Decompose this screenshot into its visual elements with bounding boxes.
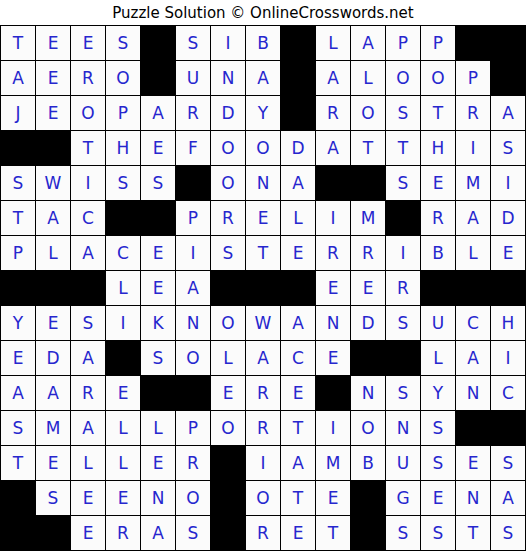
letter-cell: O <box>211 131 245 165</box>
letter-cell: S <box>1 411 35 445</box>
letter-cell: N <box>246 166 280 200</box>
letter-cell: A <box>1 376 35 410</box>
letter-cell: T <box>71 131 105 165</box>
letter-cell: N <box>456 481 490 515</box>
letter-cell: P <box>386 26 420 60</box>
letter-cell: A <box>36 376 70 410</box>
letter-cell: E <box>211 376 245 410</box>
letter-cell: H <box>106 131 140 165</box>
block-cell <box>281 26 315 60</box>
letter-cell: Y <box>421 376 455 410</box>
block-cell <box>491 411 525 445</box>
letter-cell: R <box>106 516 140 550</box>
letter-cell: S <box>211 236 245 270</box>
letter-cell: C <box>281 341 315 375</box>
letter-cell: E <box>36 446 70 480</box>
letter-cell: A <box>281 446 315 480</box>
letter-cell: S <box>386 306 420 340</box>
block-cell <box>211 516 245 550</box>
letter-cell: W <box>246 306 280 340</box>
letter-cell: E <box>281 236 315 270</box>
letter-cell: E <box>351 271 385 305</box>
block-cell <box>36 271 70 305</box>
letter-cell: E <box>106 481 140 515</box>
letter-cell: O <box>106 61 140 95</box>
block-cell <box>211 446 245 480</box>
letter-cell: Y <box>1 306 35 340</box>
letter-cell: L <box>106 446 140 480</box>
letter-cell: O <box>211 306 245 340</box>
letter-cell: S <box>386 96 420 130</box>
block-cell <box>1 516 35 550</box>
letter-cell: A <box>281 166 315 200</box>
letter-cell: P <box>456 61 490 95</box>
block-cell <box>456 26 490 60</box>
letter-cell: R <box>456 96 490 130</box>
letter-cell: I <box>491 341 525 375</box>
letter-cell: E <box>246 201 280 235</box>
letter-cell: O <box>211 411 245 445</box>
letter-cell: O <box>421 61 455 95</box>
letter-cell: C <box>456 306 490 340</box>
letter-cell: N <box>176 306 210 340</box>
letter-cell: P <box>421 26 455 60</box>
letter-cell: N <box>386 411 420 445</box>
letter-cell: E <box>71 481 105 515</box>
letter-cell: J <box>1 96 35 130</box>
block-cell <box>71 271 105 305</box>
letter-cell: M <box>36 411 70 445</box>
letter-cell: A <box>246 61 280 95</box>
letter-cell: S <box>386 166 420 200</box>
letter-cell: N <box>141 481 175 515</box>
block-cell <box>211 481 245 515</box>
block-cell <box>316 166 350 200</box>
block-cell <box>141 201 175 235</box>
letter-cell: S <box>176 26 210 60</box>
block-cell <box>281 61 315 95</box>
letter-cell: I <box>386 236 420 270</box>
letter-cell: F <box>176 131 210 165</box>
letter-cell: O <box>386 61 420 95</box>
letter-cell: E <box>281 516 315 550</box>
letter-cell: N <box>316 306 350 340</box>
letter-cell: I <box>106 306 140 340</box>
letter-cell: R <box>421 201 455 235</box>
letter-cell: A <box>71 236 105 270</box>
block-cell <box>106 201 140 235</box>
letter-cell: R <box>176 446 210 480</box>
letter-cell: K <box>141 306 175 340</box>
letter-cell: A <box>456 341 490 375</box>
letter-cell: E <box>141 131 175 165</box>
letter-cell: A <box>491 96 525 130</box>
letter-cell: L <box>281 201 315 235</box>
letter-cell: B <box>351 446 385 480</box>
letter-cell: R <box>316 96 350 130</box>
letter-cell: O <box>71 96 105 130</box>
block-cell <box>211 271 245 305</box>
letter-cell: P <box>176 201 210 235</box>
letter-cell: D <box>351 306 385 340</box>
block-cell <box>141 61 175 95</box>
letter-cell: R <box>176 96 210 130</box>
letter-cell: E <box>106 376 140 410</box>
block-cell <box>36 131 70 165</box>
letter-cell: E <box>316 341 350 375</box>
letter-cell: L <box>141 411 175 445</box>
letter-cell: O <box>211 166 245 200</box>
letter-cell: M <box>351 201 385 235</box>
letter-cell: S <box>386 516 420 550</box>
block-cell <box>386 341 420 375</box>
letter-cell: S <box>421 516 455 550</box>
letter-cell: P <box>1 236 35 270</box>
letter-cell: I <box>456 131 490 165</box>
letter-cell: L <box>351 61 385 95</box>
letter-cell: E <box>421 166 455 200</box>
letter-cell: L <box>421 341 455 375</box>
letter-cell: S <box>491 516 525 550</box>
letter-cell: D <box>281 131 315 165</box>
letter-cell: E <box>71 516 105 550</box>
letter-cell: R <box>246 411 280 445</box>
letter-cell: T <box>1 446 35 480</box>
letter-cell: S <box>106 26 140 60</box>
letter-cell: O <box>176 341 210 375</box>
letter-cell: E <box>281 376 315 410</box>
letter-cell: H <box>491 306 525 340</box>
letter-cell: E <box>1 341 35 375</box>
letter-cell: C <box>491 376 525 410</box>
letter-cell: G <box>386 481 420 515</box>
letter-cell: A <box>71 341 105 375</box>
letter-cell: T <box>246 236 280 270</box>
block-cell <box>106 341 140 375</box>
letter-cell: D <box>211 96 245 130</box>
letter-cell: S <box>491 446 525 480</box>
block-cell <box>1 271 35 305</box>
block-cell <box>316 376 350 410</box>
block-cell <box>176 166 210 200</box>
letter-cell: A <box>1 61 35 95</box>
letter-cell: A <box>141 96 175 130</box>
letter-cell: E <box>71 26 105 60</box>
block-cell <box>281 96 315 130</box>
letter-cell: D <box>491 201 525 235</box>
puzzle-solution-page: Puzzle Solution © OnlineCrosswords.net T… <box>0 0 526 551</box>
crossword-grid: TEESSIBLAPPAEROUNAALOOPJEOPARDYROSTRATHE… <box>0 25 526 551</box>
letter-cell: A <box>141 516 175 550</box>
letter-cell: E <box>491 236 525 270</box>
letter-cell: S <box>141 341 175 375</box>
letter-cell: T <box>421 96 455 130</box>
letter-cell: R <box>246 516 280 550</box>
letter-cell: E <box>141 236 175 270</box>
letter-cell: N <box>351 376 385 410</box>
letter-cell: S <box>36 481 70 515</box>
letter-cell: O <box>176 481 210 515</box>
letter-cell: S <box>421 411 455 445</box>
letter-cell: U <box>421 306 455 340</box>
letter-cell: O <box>351 96 385 130</box>
letter-cell: M <box>316 446 350 480</box>
block-cell <box>421 271 455 305</box>
letter-cell: A <box>316 61 350 95</box>
block-cell <box>36 516 70 550</box>
letter-cell: L <box>36 236 70 270</box>
letter-cell: E <box>36 96 70 130</box>
letter-cell: A <box>316 131 350 165</box>
letter-cell: I <box>316 201 350 235</box>
block-cell <box>281 271 315 305</box>
block-cell <box>491 61 525 95</box>
letter-cell: S <box>491 131 525 165</box>
letter-cell: L <box>316 26 350 60</box>
block-cell <box>456 271 490 305</box>
letter-cell: P <box>106 96 140 130</box>
letter-cell: P <box>176 411 210 445</box>
letter-cell: R <box>71 376 105 410</box>
letter-cell: E <box>316 481 350 515</box>
page-title: Puzzle Solution © OnlineCrosswords.net <box>112 4 413 22</box>
letter-cell: A <box>491 481 525 515</box>
letter-cell: I <box>491 166 525 200</box>
letter-cell: S <box>1 166 35 200</box>
letter-cell: S <box>386 376 420 410</box>
letter-cell: R <box>211 201 245 235</box>
letter-cell: U <box>386 446 420 480</box>
letter-cell: O <box>246 481 280 515</box>
letter-cell: L <box>211 341 245 375</box>
block-cell <box>351 166 385 200</box>
letter-cell: N <box>211 61 245 95</box>
block-cell <box>141 26 175 60</box>
letter-cell: L <box>456 236 490 270</box>
letter-cell: E <box>141 271 175 305</box>
letter-cell: I <box>211 26 245 60</box>
block-cell <box>491 271 525 305</box>
letter-cell: T <box>316 516 350 550</box>
letter-cell: I <box>176 236 210 270</box>
title-bar: Puzzle Solution © OnlineCrosswords.net <box>0 0 526 25</box>
letter-cell: I <box>316 411 350 445</box>
letter-cell: T <box>386 131 420 165</box>
letter-cell: A <box>176 271 210 305</box>
block-cell <box>456 411 490 445</box>
block-cell <box>1 131 35 165</box>
letter-cell: C <box>106 236 140 270</box>
letter-cell: E <box>36 26 70 60</box>
letter-cell: A <box>36 201 70 235</box>
block-cell <box>386 201 420 235</box>
letter-cell: O <box>246 131 280 165</box>
block-cell <box>351 481 385 515</box>
letter-cell: A <box>351 26 385 60</box>
letter-cell: R <box>351 236 385 270</box>
letter-cell: R <box>246 376 280 410</box>
letter-cell: O <box>351 411 385 445</box>
letter-cell: T <box>351 131 385 165</box>
letter-cell: B <box>246 26 280 60</box>
letter-cell: I <box>246 446 280 480</box>
letter-cell: E <box>36 61 70 95</box>
letter-cell: A <box>71 411 105 445</box>
letter-cell: R <box>316 236 350 270</box>
block-cell <box>491 26 525 60</box>
block-cell <box>351 341 385 375</box>
letter-cell: E <box>456 446 490 480</box>
block-cell <box>176 376 210 410</box>
letter-cell: R <box>71 61 105 95</box>
letter-cell: C <box>71 201 105 235</box>
letter-cell: E <box>421 481 455 515</box>
letter-cell: E <box>141 446 175 480</box>
letter-cell: T <box>1 26 35 60</box>
letter-cell: W <box>36 166 70 200</box>
letter-cell: L <box>106 271 140 305</box>
letter-cell: S <box>141 166 175 200</box>
block-cell <box>141 376 175 410</box>
block-cell <box>1 481 35 515</box>
letter-cell: Y <box>246 96 280 130</box>
letter-cell: S <box>176 516 210 550</box>
letter-cell: S <box>71 306 105 340</box>
letter-cell: A <box>281 306 315 340</box>
letter-cell: L <box>71 446 105 480</box>
letter-cell: U <box>176 61 210 95</box>
letter-cell: A <box>456 201 490 235</box>
block-cell <box>246 271 280 305</box>
letter-cell: N <box>456 376 490 410</box>
letter-cell: E <box>36 306 70 340</box>
letter-cell: D <box>36 341 70 375</box>
block-cell <box>351 516 385 550</box>
letter-cell: S <box>421 446 455 480</box>
letter-cell: I <box>71 166 105 200</box>
letter-cell: T <box>456 516 490 550</box>
letter-cell: B <box>421 236 455 270</box>
letter-cell: E <box>316 271 350 305</box>
letter-cell: R <box>386 271 420 305</box>
letter-cell: L <box>106 411 140 445</box>
letter-cell: S <box>106 166 140 200</box>
letter-cell: H <box>421 131 455 165</box>
letter-cell: T <box>1 201 35 235</box>
letter-cell: T <box>281 411 315 445</box>
letter-cell: T <box>281 481 315 515</box>
letter-cell: A <box>246 341 280 375</box>
letter-cell: M <box>456 166 490 200</box>
